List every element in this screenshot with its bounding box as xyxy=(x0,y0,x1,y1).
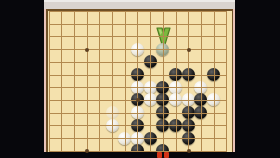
grid-line-horizontal xyxy=(49,24,228,25)
grid-line-vertical xyxy=(125,11,126,152)
grid-line-horizontal xyxy=(49,87,228,88)
star-point xyxy=(187,149,191,153)
right-letterbox xyxy=(235,0,280,158)
grid-line-vertical xyxy=(49,11,50,152)
grid-line-vertical xyxy=(176,11,177,152)
grid-line-vertical xyxy=(112,11,113,152)
score-mark-red xyxy=(157,152,162,158)
left-letterbox xyxy=(0,0,44,158)
grid-line-horizontal xyxy=(49,62,228,63)
grid-line-horizontal xyxy=(49,138,228,139)
grid-line-horizontal xyxy=(49,36,228,37)
top-band xyxy=(44,0,235,9)
grid-line-vertical xyxy=(214,11,215,152)
game-screen xyxy=(0,0,280,158)
grid-line-vertical xyxy=(61,11,62,152)
grid-line-vertical xyxy=(74,11,75,152)
grid-line-horizontal xyxy=(49,11,228,12)
grid-line-vertical xyxy=(99,11,100,152)
grid-line-vertical xyxy=(188,11,189,152)
star-point xyxy=(85,48,89,52)
grid-line-horizontal xyxy=(49,49,228,50)
grid-line-vertical xyxy=(150,11,151,152)
grid-line-vertical xyxy=(201,11,202,152)
grid-line-vertical xyxy=(87,11,88,152)
grid-line-vertical xyxy=(137,11,138,152)
grid-line-vertical xyxy=(163,11,164,152)
grid-line-horizontal xyxy=(49,151,228,152)
star-point xyxy=(187,48,191,52)
score-mark-red xyxy=(164,152,169,158)
grid-line-vertical xyxy=(226,11,227,152)
bottom-letterbox xyxy=(44,152,235,158)
grid-line-horizontal xyxy=(49,75,228,76)
grid-line-horizontal xyxy=(49,113,228,114)
grid-line-horizontal xyxy=(49,125,228,126)
